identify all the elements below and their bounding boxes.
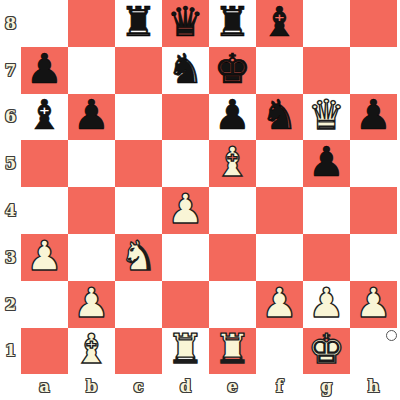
file-label-b: b: [68, 374, 115, 399]
square-a2[interactable]: [21, 281, 68, 328]
rank-label-8: 8: [0, 0, 21, 47]
square-f7[interactable]: [256, 47, 303, 94]
square-c7[interactable]: [115, 47, 162, 94]
square-f6[interactable]: ♞: [256, 94, 303, 141]
square-h7[interactable]: [350, 47, 397, 94]
square-g6[interactable]: ♛: [303, 94, 350, 141]
square-h6[interactable]: ♟: [350, 94, 397, 141]
white-knight-c3[interactable]: ♞: [120, 236, 157, 277]
rank-label-4: 4: [0, 187, 21, 234]
square-d6[interactable]: [162, 94, 209, 141]
white-bishop-b1[interactable]: ♝: [73, 329, 110, 370]
square-e6[interactable]: ♟: [209, 94, 256, 141]
square-c2[interactable]: [115, 281, 162, 328]
square-f8[interactable]: ♝: [256, 0, 303, 47]
square-d4[interactable]: ♟: [162, 187, 209, 234]
square-b4[interactable]: [68, 187, 115, 234]
square-a5[interactable]: [21, 140, 68, 187]
square-e8[interactable]: ♜: [209, 0, 256, 47]
square-c1[interactable]: [115, 328, 162, 375]
square-a6[interactable]: ♝: [21, 94, 68, 141]
white-rook-e1[interactable]: ♜: [214, 329, 251, 370]
square-d2[interactable]: [162, 281, 209, 328]
white-king-g1[interactable]: ♚: [308, 329, 345, 370]
square-d1[interactable]: ♜: [162, 328, 209, 375]
file-label-c: c: [115, 374, 162, 399]
square-f1[interactable]: [256, 328, 303, 375]
square-g7[interactable]: [303, 47, 350, 94]
square-h3[interactable]: [350, 234, 397, 281]
white-pawn-h2[interactable]: ♟: [355, 283, 392, 324]
board-corner-spacer: [0, 374, 21, 399]
square-g5[interactable]: ♟: [303, 140, 350, 187]
rank-label-3: 3: [0, 234, 21, 281]
black-pawn-e6[interactable]: ♟: [214, 95, 251, 136]
square-b7[interactable]: [68, 47, 115, 94]
square-d5[interactable]: [162, 140, 209, 187]
rank-label-6: 6: [0, 94, 21, 141]
rank-label-1: 1: [0, 328, 21, 375]
file-label-d: d: [162, 374, 209, 399]
square-h5[interactable]: [350, 140, 397, 187]
square-e5[interactable]: ♝: [209, 140, 256, 187]
square-g2[interactable]: ♟: [303, 281, 350, 328]
rank-label-5: 5: [0, 140, 21, 187]
square-b3[interactable]: [68, 234, 115, 281]
white-pawn-a3[interactable]: ♟: [26, 236, 63, 277]
file-label-a: a: [21, 374, 68, 399]
square-b2[interactable]: ♟: [68, 281, 115, 328]
square-b6[interactable]: ♟: [68, 94, 115, 141]
square-h4[interactable]: [350, 187, 397, 234]
black-bishop-a6[interactable]: ♝: [26, 95, 63, 136]
rank-label-2: 2: [0, 281, 21, 328]
chess-board: 8♜♛♜♝7♟♞♚6♝♟♟♞♛♟5♝♟4♟3♟♞2♟♟♟♟1♝♜♜♚abcdef…: [0, 0, 397, 399]
square-c3[interactable]: ♞: [115, 234, 162, 281]
black-king-e7[interactable]: ♚: [214, 49, 251, 90]
black-pawn-g5[interactable]: ♟: [308, 142, 345, 183]
file-label-g: g: [303, 374, 350, 399]
square-f5[interactable]: [256, 140, 303, 187]
square-e3[interactable]: [209, 234, 256, 281]
file-label-e: e: [209, 374, 256, 399]
file-label-h: h: [350, 374, 397, 399]
square-h8[interactable]: [350, 0, 397, 47]
square-c8[interactable]: ♜: [115, 0, 162, 47]
white-rook-d1[interactable]: ♜: [167, 329, 204, 370]
square-c4[interactable]: [115, 187, 162, 234]
white-pawn-d4[interactable]: ♟: [167, 189, 204, 230]
black-queen-d8[interactable]: ♛: [167, 2, 204, 43]
rank-label-7: 7: [0, 47, 21, 94]
square-b5[interactable]: [68, 140, 115, 187]
black-knight-d7[interactable]: ♞: [167, 49, 204, 90]
square-e2[interactable]: [209, 281, 256, 328]
square-a3[interactable]: ♟: [21, 234, 68, 281]
square-a4[interactable]: [21, 187, 68, 234]
square-c6[interactable]: [115, 94, 162, 141]
chess-puzzle-diagram: 8♜♛♜♝7♟♞♚6♝♟♟♞♛♟5♝♟4♟3♟♞2♟♟♟♟1♝♜♜♚abcdef…: [0, 0, 400, 400]
square-g3[interactable]: [303, 234, 350, 281]
square-d3[interactable]: [162, 234, 209, 281]
white-pawn-f2[interactable]: ♟: [261, 283, 298, 324]
square-e1[interactable]: ♜: [209, 328, 256, 375]
black-pawn-h6[interactable]: ♟: [355, 95, 392, 136]
square-c5[interactable]: [115, 140, 162, 187]
square-b1[interactable]: ♝: [68, 328, 115, 375]
square-f4[interactable]: [256, 187, 303, 234]
square-f2[interactable]: ♟: [256, 281, 303, 328]
square-g8[interactable]: [303, 0, 350, 47]
black-rook-e8[interactable]: ♜: [214, 2, 251, 43]
square-f3[interactable]: [256, 234, 303, 281]
white-pawn-b2[interactable]: ♟: [73, 283, 110, 324]
black-rook-c8[interactable]: ♜: [120, 2, 157, 43]
square-a1[interactable]: [21, 328, 68, 375]
white-queen-g6[interactable]: ♛: [308, 95, 345, 136]
square-d8[interactable]: ♛: [162, 0, 209, 47]
square-a8[interactable]: [21, 0, 68, 47]
file-label-f: f: [256, 374, 303, 399]
square-e4[interactable]: [209, 187, 256, 234]
square-e7[interactable]: ♚: [209, 47, 256, 94]
square-a7[interactable]: ♟: [21, 47, 68, 94]
black-pawn-b6[interactable]: ♟: [73, 95, 110, 136]
white-to-move-indicator: [386, 330, 397, 341]
black-bishop-f8[interactable]: ♝: [261, 2, 298, 43]
black-pawn-a7[interactable]: ♟: [26, 49, 63, 90]
white-bishop-e5[interactable]: ♝: [214, 142, 251, 183]
square-d7[interactable]: ♞: [162, 47, 209, 94]
square-g1[interactable]: ♚: [303, 328, 350, 375]
white-pawn-g2[interactable]: ♟: [308, 283, 345, 324]
black-knight-f6[interactable]: ♞: [261, 95, 298, 136]
square-g4[interactable]: [303, 187, 350, 234]
square-b8[interactable]: [68, 0, 115, 47]
square-h2[interactable]: ♟: [350, 281, 397, 328]
